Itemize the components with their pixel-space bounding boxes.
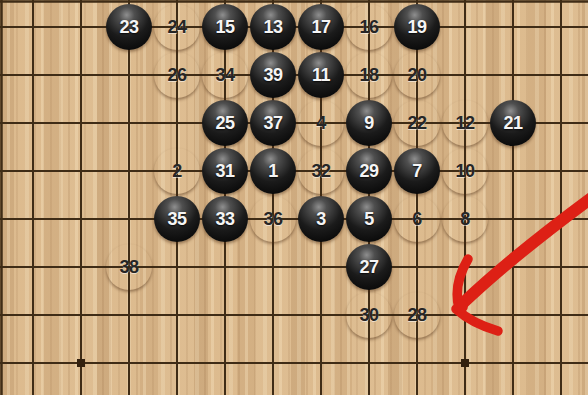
stone-number: 30 [359,305,378,326]
stone-black-25[interactable]: 25 [202,100,248,146]
stone-number: 15 [215,17,234,38]
stone-number: 29 [359,161,378,182]
stone-white-32[interactable]: 32 [298,148,344,194]
stone-white-28[interactable]: 28 [394,292,440,338]
stone-white-34[interactable]: 34 [202,52,248,98]
stone-number: 37 [263,113,282,134]
stone-number: 9 [364,113,374,134]
stone-white-2[interactable]: 2 [154,148,200,194]
stone-white-4[interactable]: 4 [298,100,344,146]
stone-white-26[interactable]: 26 [154,52,200,98]
stone-white-8[interactable]: 8 [442,196,488,242]
stone-number: 4 [316,113,326,134]
stone-number: 5 [364,209,374,230]
stone-number: 12 [455,113,474,134]
stone-black-13[interactable]: 13 [250,4,296,50]
stone-black-11[interactable]: 11 [298,52,344,98]
stone-white-38[interactable]: 38 [106,244,152,290]
stone-number: 24 [167,17,186,38]
stone-white-6[interactable]: 6 [394,196,440,242]
stone-number: 27 [359,257,378,278]
stone-black-35[interactable]: 35 [154,196,200,242]
stone-number: 16 [359,17,378,38]
stone-black-17[interactable]: 17 [298,4,344,50]
stone-number: 22 [407,113,426,134]
stone-number: 25 [215,113,234,134]
stone-number: 33 [215,209,234,230]
stone-white-10[interactable]: 10 [442,148,488,194]
stone-number: 6 [412,209,422,230]
stone-number: 34 [215,65,234,86]
stone-number: 7 [412,161,422,182]
stone-white-16[interactable]: 16 [346,4,392,50]
stone-black-37[interactable]: 37 [250,100,296,146]
stone-black-27[interactable]: 27 [346,244,392,290]
stone-white-22[interactable]: 22 [394,100,440,146]
stone-black-19[interactable]: 19 [394,4,440,50]
stone-number: 26 [167,65,186,86]
stone-number: 35 [167,209,186,230]
stone-number: 23 [119,17,138,38]
stone-number: 28 [407,305,426,326]
stone-black-15[interactable]: 15 [202,4,248,50]
stone-number: 13 [263,17,282,38]
stone-number: 20 [407,65,426,86]
stone-black-39[interactable]: 39 [250,52,296,98]
stone-black-7[interactable]: 7 [394,148,440,194]
stone-number: 39 [263,65,282,86]
stone-number: 10 [455,161,474,182]
stone-number: 19 [407,17,426,38]
stone-black-29[interactable]: 29 [346,148,392,194]
stone-number: 8 [460,209,470,230]
stone-white-20[interactable]: 20 [394,52,440,98]
stone-number: 36 [263,209,282,230]
stone-black-33[interactable]: 33 [202,196,248,242]
stone-white-12[interactable]: 12 [442,100,488,146]
stone-number: 2 [172,161,182,182]
stone-black-23[interactable]: 23 [106,4,152,50]
stone-black-3[interactable]: 3 [298,196,344,242]
stone-number: 32 [311,161,330,182]
stone-white-36[interactable]: 36 [250,196,296,242]
stone-black-31[interactable]: 31 [202,148,248,194]
goban-board[interactable]: 1234567891011121315161718192021222324252… [0,0,588,395]
stone-white-30[interactable]: 30 [346,292,392,338]
stone-number: 38 [119,257,138,278]
stone-black-5[interactable]: 5 [346,196,392,242]
stone-black-21[interactable]: 21 [490,100,536,146]
stone-number: 3 [316,209,326,230]
stone-black-9[interactable]: 9 [346,100,392,146]
stone-number: 21 [503,113,522,134]
stone-number: 1 [268,161,278,182]
stones-layer[interactable]: 1234567891011121315161718192021222324252… [9,3,585,387]
stone-black-1[interactable]: 1 [250,148,296,194]
stone-number: 31 [215,161,234,182]
stone-white-18[interactable]: 18 [346,52,392,98]
stone-number: 11 [312,65,330,86]
stone-number: 17 [311,17,330,38]
stone-white-24[interactable]: 24 [154,4,200,50]
stone-number: 18 [359,65,378,86]
